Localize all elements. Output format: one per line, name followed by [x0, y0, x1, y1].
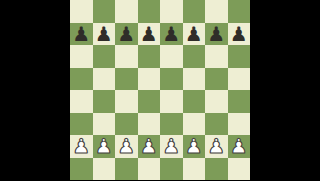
square-h4[interactable] [228, 90, 251, 113]
square-h2[interactable]: ♟ [228, 135, 251, 158]
square-f8[interactable] [183, 0, 206, 23]
square-h1[interactable] [228, 158, 251, 181]
square-e4[interactable] [160, 90, 183, 113]
square-g4[interactable] [205, 90, 228, 113]
square-a3[interactable] [70, 113, 93, 136]
square-b7[interactable]: ♟ [93, 23, 116, 46]
white-pawn[interactable]: ♟ [185, 136, 203, 156]
square-b3[interactable] [93, 113, 116, 136]
square-b2[interactable]: ♟ [93, 135, 116, 158]
square-b5[interactable] [93, 68, 116, 91]
square-f2[interactable]: ♟ [183, 135, 206, 158]
square-d7[interactable]: ♟ [138, 23, 161, 46]
square-b6[interactable] [93, 45, 116, 68]
square-a2[interactable]: ♟ [70, 135, 93, 158]
square-c2[interactable]: ♟ [115, 135, 138, 158]
square-g8[interactable] [205, 0, 228, 23]
square-f1[interactable] [183, 158, 206, 181]
square-g2[interactable]: ♟ [205, 135, 228, 158]
black-pawn[interactable]: ♟ [230, 23, 248, 43]
chess-board[interactable]: ♟♟♟♟♟♟♟♟♟♟♟♟♟♟♟♟ [70, 0, 250, 180]
black-pawn[interactable]: ♟ [140, 23, 158, 43]
square-g7[interactable]: ♟ [205, 23, 228, 46]
square-a5[interactable] [70, 68, 93, 91]
square-b8[interactable] [93, 0, 116, 23]
black-pawn[interactable]: ♟ [72, 23, 90, 43]
black-pawn[interactable]: ♟ [207, 23, 225, 43]
square-f4[interactable] [183, 90, 206, 113]
white-pawn[interactable]: ♟ [207, 136, 225, 156]
square-a7[interactable]: ♟ [70, 23, 93, 46]
square-f5[interactable] [183, 68, 206, 91]
square-e1[interactable] [160, 158, 183, 181]
square-b4[interactable] [93, 90, 116, 113]
square-h8[interactable] [228, 0, 251, 23]
letterbox-right [250, 0, 320, 180]
square-g1[interactable] [205, 158, 228, 181]
square-a1[interactable] [70, 158, 93, 181]
square-d4[interactable] [138, 90, 161, 113]
square-h7[interactable]: ♟ [228, 23, 251, 46]
square-g6[interactable] [205, 45, 228, 68]
square-f3[interactable] [183, 113, 206, 136]
square-f6[interactable] [183, 45, 206, 68]
square-c8[interactable] [115, 0, 138, 23]
square-c7[interactable]: ♟ [115, 23, 138, 46]
black-pawn[interactable]: ♟ [162, 23, 180, 43]
black-pawn[interactable]: ♟ [117, 23, 135, 43]
square-d6[interactable] [138, 45, 161, 68]
square-h3[interactable] [228, 113, 251, 136]
chess-app-stage: ♟♟♟♟♟♟♟♟♟♟♟♟♟♟♟♟ [0, 0, 320, 180]
square-a6[interactable] [70, 45, 93, 68]
square-e5[interactable] [160, 68, 183, 91]
square-d1[interactable] [138, 158, 161, 181]
square-c3[interactable] [115, 113, 138, 136]
square-c6[interactable] [115, 45, 138, 68]
square-e6[interactable] [160, 45, 183, 68]
square-c4[interactable] [115, 90, 138, 113]
square-b1[interactable] [93, 158, 116, 181]
square-e7[interactable]: ♟ [160, 23, 183, 46]
black-pawn[interactable]: ♟ [95, 23, 113, 43]
square-a4[interactable] [70, 90, 93, 113]
square-f7[interactable]: ♟ [183, 23, 206, 46]
square-e8[interactable] [160, 0, 183, 23]
square-e3[interactable] [160, 113, 183, 136]
square-g5[interactable] [205, 68, 228, 91]
square-d3[interactable] [138, 113, 161, 136]
square-d2[interactable]: ♟ [138, 135, 161, 158]
square-d5[interactable] [138, 68, 161, 91]
white-pawn[interactable]: ♟ [162, 136, 180, 156]
black-pawn[interactable]: ♟ [185, 23, 203, 43]
white-pawn[interactable]: ♟ [95, 136, 113, 156]
square-e2[interactable]: ♟ [160, 135, 183, 158]
letterbox-left [0, 0, 70, 180]
square-h6[interactable] [228, 45, 251, 68]
white-pawn[interactable]: ♟ [72, 136, 90, 156]
square-g3[interactable] [205, 113, 228, 136]
square-h5[interactable] [228, 68, 251, 91]
white-pawn[interactable]: ♟ [230, 136, 248, 156]
white-pawn[interactable]: ♟ [117, 136, 135, 156]
square-c1[interactable] [115, 158, 138, 181]
square-c5[interactable] [115, 68, 138, 91]
square-d8[interactable] [138, 0, 161, 23]
white-pawn[interactable]: ♟ [140, 136, 158, 156]
square-a8[interactable] [70, 0, 93, 23]
